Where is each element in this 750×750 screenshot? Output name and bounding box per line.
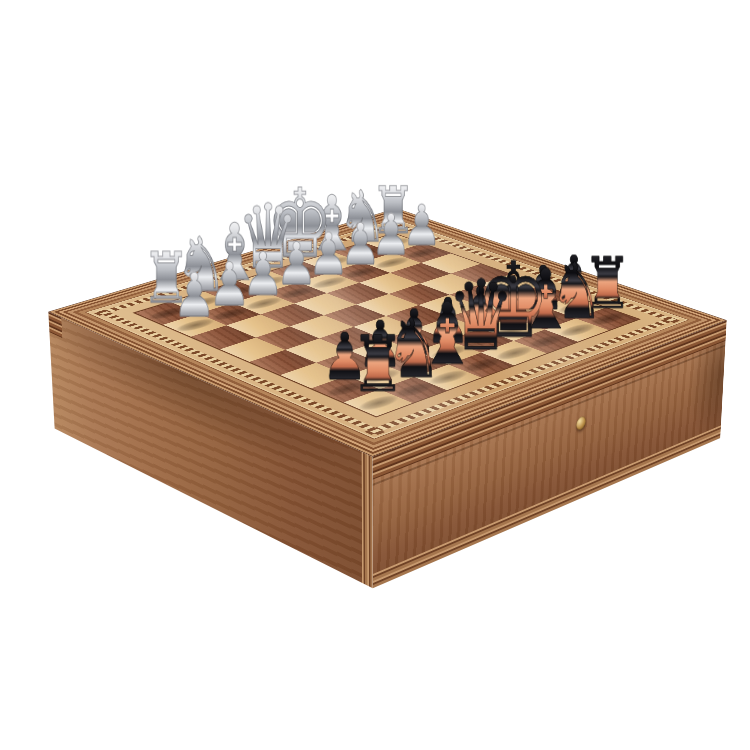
white-pawn-glyph: ♟ <box>173 264 215 325</box>
case-base-molding <box>362 452 373 588</box>
drawer-knob[interactable] <box>576 415 586 431</box>
black-rook-glyph: ♜ <box>351 326 405 403</box>
chess-box: ♜♞♝♛♚♝♞♜♟♟♟♟♟♟♟♟♟♟♟♟♟♟♟♟♜♞♝♛♚♝♞♜ <box>48 208 726 457</box>
perspective-scene: ♜♞♝♛♚♝♞♜♟♟♟♟♟♟♟♟♟♟♟♟♟♟♟♟♜♞♝♛♚♝♞♜ <box>0 0 750 750</box>
product-photo-stage: ♜♞♝♛♚♝♞♜♟♟♟♟♟♟♟♟♟♟♟♟♟♟♟♟♜♞♝♛♚♝♞♜ <box>0 0 750 750</box>
